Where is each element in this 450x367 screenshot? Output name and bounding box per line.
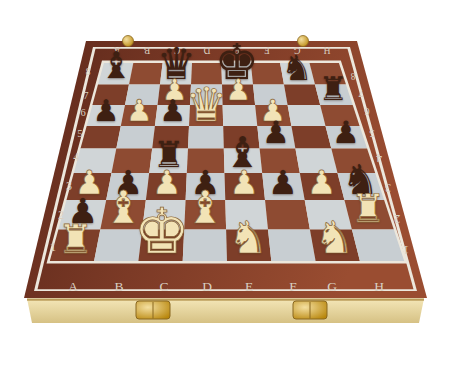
piece-white-pawn: ♟	[126, 96, 153, 126]
piece-white-king: ♚	[134, 201, 190, 264]
piece-black-pawn: ♟	[159, 96, 186, 126]
piece-white-bishop: ♝	[185, 185, 226, 230]
piece-white-pawn: ♟	[307, 166, 337, 199]
piece-black-pawn: ♟	[262, 117, 290, 148]
piece-white-knight: ♞	[228, 216, 268, 261]
piece-white-knight: ♞	[314, 216, 354, 261]
pieces-layer: ♝♛♚♞♟♟♜♟♟♟♛♟♟♟♜♝♟♟♟♟♟♟♟♞♟♝♝♜♜♚♞♞	[0, 0, 450, 367]
piece-white-pawn: ♟	[225, 76, 251, 105]
piece-white-pawn: ♟	[229, 166, 259, 199]
piece-black-bishop: ♝	[100, 48, 133, 85]
piece-black-knight: ♞	[281, 50, 313, 85]
piece-white-rook: ♜	[58, 220, 94, 260]
piece-black-pawn: ♟	[268, 166, 298, 199]
piece-black-pawn: ♟	[93, 96, 120, 126]
piece-white-rook: ♜	[351, 190, 386, 229]
piece-black-pawn: ♟	[332, 117, 360, 148]
piece-white-queen: ♛	[185, 82, 227, 129]
chess-set-photo: ABCDEFGHABCDEFGH8877665544332211 ♝♛♚♞♟♟♜…	[0, 0, 450, 367]
piece-black-rook: ♜	[319, 73, 348, 106]
